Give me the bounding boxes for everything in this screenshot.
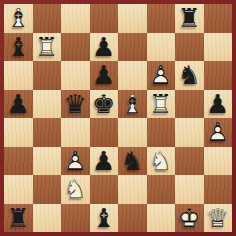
white-piece-fill-glyph: ♟ bbox=[204, 118, 233, 147]
white-piece-outline-glyph: ♖ bbox=[33, 33, 62, 62]
square-b4[interactable] bbox=[33, 118, 62, 147]
black-piece-glyph: ♚ bbox=[90, 90, 119, 119]
black-piece-glyph: ♜ bbox=[175, 4, 204, 33]
square-d5[interactable]: ♚ bbox=[90, 90, 119, 119]
white-piece-outline-glyph: ♙ bbox=[61, 147, 90, 176]
white-piece-fill-glyph: ♚ bbox=[175, 204, 204, 233]
square-a5[interactable]: ♟ bbox=[4, 90, 33, 119]
piece-black-knight[interactable]: ♞ bbox=[118, 147, 147, 176]
square-h2[interactable] bbox=[204, 175, 233, 204]
square-g5[interactable] bbox=[175, 90, 204, 119]
piece-black-bishop[interactable]: ♝ bbox=[90, 204, 119, 233]
white-piece-fill-glyph: ♜ bbox=[33, 33, 62, 62]
piece-white-rook[interactable]: ♜♖ bbox=[147, 90, 176, 119]
white-piece-fill-glyph: ♟ bbox=[147, 61, 176, 90]
piece-black-king[interactable]: ♚ bbox=[90, 90, 119, 119]
square-f5[interactable]: ♜♖ bbox=[147, 90, 176, 119]
piece-white-bishop[interactable]: ♝♗ bbox=[4, 4, 33, 33]
square-f8[interactable] bbox=[147, 4, 176, 33]
square-a1[interactable]: ♜ bbox=[4, 204, 33, 233]
piece-black-queen[interactable]: ♛ bbox=[61, 90, 90, 119]
white-piece-fill-glyph: ♜ bbox=[147, 90, 176, 119]
black-piece-glyph: ♟ bbox=[4, 90, 33, 119]
piece-white-queen[interactable]: ♛♕ bbox=[204, 204, 233, 233]
square-b5[interactable] bbox=[33, 90, 62, 119]
piece-white-rook[interactable]: ♜♖ bbox=[33, 33, 62, 62]
square-e2[interactable] bbox=[118, 175, 147, 204]
black-piece-glyph: ♟ bbox=[90, 33, 119, 62]
square-g3[interactable] bbox=[175, 147, 204, 176]
square-h1[interactable]: ♛♕ bbox=[204, 204, 233, 233]
square-g6[interactable]: ♞ bbox=[175, 61, 204, 90]
piece-white-bishop[interactable]: ♝♗ bbox=[118, 90, 147, 119]
white-piece-outline-glyph: ♕ bbox=[204, 204, 233, 233]
square-c1[interactable] bbox=[61, 204, 90, 233]
piece-white-pawn[interactable]: ♟♙ bbox=[147, 61, 176, 90]
black-piece-glyph: ♝ bbox=[90, 204, 119, 233]
square-c5[interactable]: ♛ bbox=[61, 90, 90, 119]
square-c6[interactable] bbox=[61, 61, 90, 90]
square-e8[interactable] bbox=[118, 4, 147, 33]
square-f1[interactable] bbox=[147, 204, 176, 233]
piece-white-king[interactable]: ♚♔ bbox=[175, 204, 204, 233]
square-g8[interactable]: ♜ bbox=[175, 4, 204, 33]
square-f6[interactable]: ♟♙ bbox=[147, 61, 176, 90]
piece-white-knight[interactable]: ♞♘ bbox=[147, 147, 176, 176]
square-d8[interactable] bbox=[90, 4, 119, 33]
piece-black-pawn[interactable]: ♟ bbox=[90, 147, 119, 176]
black-piece-glyph: ♞ bbox=[175, 61, 204, 90]
piece-black-rook[interactable]: ♜ bbox=[4, 204, 33, 233]
square-e4[interactable] bbox=[118, 118, 147, 147]
square-e1[interactable] bbox=[118, 204, 147, 233]
square-a3[interactable] bbox=[4, 147, 33, 176]
square-h5[interactable]: ♟ bbox=[204, 90, 233, 119]
square-a2[interactable] bbox=[4, 175, 33, 204]
square-g7[interactable] bbox=[175, 33, 204, 62]
piece-black-bishop[interactable]: ♝ bbox=[4, 33, 33, 62]
white-piece-outline-glyph: ♗ bbox=[118, 90, 147, 119]
black-piece-glyph: ♜ bbox=[4, 204, 33, 233]
white-piece-fill-glyph: ♝ bbox=[118, 90, 147, 119]
square-f4[interactable] bbox=[147, 118, 176, 147]
square-h3[interactable] bbox=[204, 147, 233, 176]
square-g4[interactable] bbox=[175, 118, 204, 147]
black-piece-glyph: ♞ bbox=[118, 147, 147, 176]
square-d1[interactable]: ♝ bbox=[90, 204, 119, 233]
square-f2[interactable] bbox=[147, 175, 176, 204]
square-g2[interactable] bbox=[175, 175, 204, 204]
square-a8[interactable]: ♝♗ bbox=[4, 4, 33, 33]
square-e3[interactable]: ♞ bbox=[118, 147, 147, 176]
piece-black-pawn[interactable]: ♟ bbox=[204, 90, 233, 119]
square-c2[interactable]: ♞♘ bbox=[61, 175, 90, 204]
square-c8[interactable] bbox=[61, 4, 90, 33]
white-piece-outline-glyph: ♙ bbox=[204, 118, 233, 147]
white-piece-fill-glyph: ♛ bbox=[204, 204, 233, 233]
square-h8[interactable] bbox=[204, 4, 233, 33]
piece-black-pawn[interactable]: ♟ bbox=[4, 90, 33, 119]
piece-black-rook[interactable]: ♜ bbox=[175, 4, 204, 33]
square-d2[interactable] bbox=[90, 175, 119, 204]
square-a7[interactable]: ♝ bbox=[4, 33, 33, 62]
square-c7[interactable] bbox=[61, 33, 90, 62]
square-b7[interactable]: ♜♖ bbox=[33, 33, 62, 62]
piece-black-pawn[interactable]: ♟ bbox=[90, 61, 119, 90]
square-b1[interactable] bbox=[33, 204, 62, 233]
square-f7[interactable] bbox=[147, 33, 176, 62]
black-piece-glyph: ♛ bbox=[61, 90, 90, 119]
white-piece-fill-glyph: ♞ bbox=[61, 175, 90, 204]
square-c3[interactable]: ♟♙ bbox=[61, 147, 90, 176]
piece-white-knight[interactable]: ♞♘ bbox=[61, 175, 90, 204]
white-piece-fill-glyph: ♝ bbox=[4, 4, 33, 33]
square-d4[interactable] bbox=[90, 118, 119, 147]
black-piece-glyph: ♟ bbox=[90, 147, 119, 176]
white-piece-outline-glyph: ♖ bbox=[147, 90, 176, 119]
piece-black-pawn[interactable]: ♟ bbox=[90, 33, 119, 62]
square-d3[interactable]: ♟ bbox=[90, 147, 119, 176]
square-e6[interactable] bbox=[118, 61, 147, 90]
square-b8[interactable] bbox=[33, 4, 62, 33]
chess-board: ♝♗♜♝♜♖♟♟♟♙♞♟♛♚♝♗♜♖♟♟♙♟♙♟♞♞♘♞♘♜♝♚♔♛♕ bbox=[4, 4, 232, 232]
white-piece-outline-glyph: ♘ bbox=[61, 175, 90, 204]
piece-white-pawn[interactable]: ♟♙ bbox=[61, 147, 90, 176]
square-c4[interactable] bbox=[61, 118, 90, 147]
square-h6[interactable] bbox=[204, 61, 233, 90]
square-g1[interactable]: ♚♔ bbox=[175, 204, 204, 233]
square-b6[interactable] bbox=[33, 61, 62, 90]
square-f3[interactable]: ♞♘ bbox=[147, 147, 176, 176]
white-piece-outline-glyph: ♔ bbox=[175, 204, 204, 233]
white-piece-outline-glyph: ♙ bbox=[147, 61, 176, 90]
square-e5[interactable]: ♝♗ bbox=[118, 90, 147, 119]
square-h7[interactable] bbox=[204, 33, 233, 62]
square-d6[interactable]: ♟ bbox=[90, 61, 119, 90]
white-piece-fill-glyph: ♟ bbox=[61, 147, 90, 176]
square-d7[interactable]: ♟ bbox=[90, 33, 119, 62]
square-a6[interactable] bbox=[4, 61, 33, 90]
black-piece-glyph: ♝ bbox=[4, 33, 33, 62]
square-b3[interactable] bbox=[33, 147, 62, 176]
square-b2[interactable] bbox=[33, 175, 62, 204]
white-piece-outline-glyph: ♘ bbox=[147, 147, 176, 176]
white-piece-fill-glyph: ♞ bbox=[147, 147, 176, 176]
piece-black-knight[interactable]: ♞ bbox=[175, 61, 204, 90]
square-h4[interactable]: ♟♙ bbox=[204, 118, 233, 147]
square-a4[interactable] bbox=[4, 118, 33, 147]
piece-white-pawn[interactable]: ♟♙ bbox=[204, 118, 233, 147]
square-e7[interactable] bbox=[118, 33, 147, 62]
black-piece-glyph: ♟ bbox=[204, 90, 233, 119]
board-frame: ♝♗♜♝♜♖♟♟♟♙♞♟♛♚♝♗♜♖♟♟♙♟♙♟♞♞♘♞♘♜♝♚♔♛♕ bbox=[0, 0, 236, 236]
black-piece-glyph: ♟ bbox=[90, 61, 119, 90]
white-piece-outline-glyph: ♗ bbox=[4, 4, 33, 33]
